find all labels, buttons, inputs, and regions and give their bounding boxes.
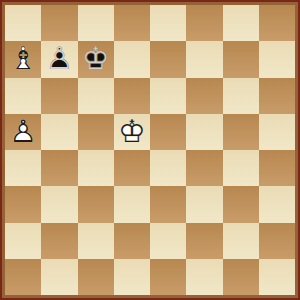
square-b4[interactable]: [41, 150, 77, 186]
chess-board: ♝♗♟♙♚♔♟♙♚♔: [0, 0, 300, 300]
square-a6[interactable]: [5, 78, 41, 114]
black-king[interactable]: ♚♔: [78, 41, 114, 77]
square-h4[interactable]: [259, 150, 295, 186]
square-g1[interactable]: [223, 259, 259, 295]
square-b1[interactable]: [41, 259, 77, 295]
board-frame: ♝♗♟♙♚♔♟♙♚♔: [2, 2, 298, 298]
square-f5[interactable]: [186, 114, 222, 150]
square-b3[interactable]: [41, 186, 77, 222]
square-b8[interactable]: [41, 5, 77, 41]
square-d7[interactable]: [114, 41, 150, 77]
square-b7[interactable]: ♟♙: [41, 41, 77, 77]
white-bishop[interactable]: ♝♗: [5, 41, 41, 77]
square-a1[interactable]: [5, 259, 41, 295]
square-a4[interactable]: [5, 150, 41, 186]
square-c4[interactable]: [78, 150, 114, 186]
piece-glyph-outline: ♙: [5, 114, 41, 150]
square-g6[interactable]: [223, 78, 259, 114]
square-f4[interactable]: [186, 150, 222, 186]
square-e8[interactable]: [150, 5, 186, 41]
square-f6[interactable]: [186, 78, 222, 114]
square-g4[interactable]: [223, 150, 259, 186]
square-e1[interactable]: [150, 259, 186, 295]
square-h7[interactable]: [259, 41, 295, 77]
square-d1[interactable]: [114, 259, 150, 295]
square-e6[interactable]: [150, 78, 186, 114]
square-d3[interactable]: [114, 186, 150, 222]
square-f7[interactable]: [186, 41, 222, 77]
square-d5[interactable]: ♚♔: [114, 114, 150, 150]
board-grid: ♝♗♟♙♚♔♟♙♚♔: [5, 5, 295, 295]
square-f3[interactable]: [186, 186, 222, 222]
piece-glyph-outline: ♙: [41, 41, 77, 77]
square-c3[interactable]: [78, 186, 114, 222]
black-pawn[interactable]: ♟♙: [41, 41, 77, 77]
square-d4[interactable]: [114, 150, 150, 186]
piece-glyph-outline: ♗: [5, 41, 41, 77]
square-h2[interactable]: [259, 223, 295, 259]
square-a5[interactable]: ♟♙: [5, 114, 41, 150]
white-pawn[interactable]: ♟♙: [5, 114, 41, 150]
square-d6[interactable]: [114, 78, 150, 114]
square-f2[interactable]: [186, 223, 222, 259]
square-d2[interactable]: [114, 223, 150, 259]
square-g8[interactable]: [223, 5, 259, 41]
square-c7[interactable]: ♚♔: [78, 41, 114, 77]
square-e7[interactable]: [150, 41, 186, 77]
piece-glyph-outline: ♔: [78, 41, 114, 77]
square-h1[interactable]: [259, 259, 295, 295]
square-a2[interactable]: [5, 223, 41, 259]
square-b2[interactable]: [41, 223, 77, 259]
square-c8[interactable]: [78, 5, 114, 41]
square-a7[interactable]: ♝♗: [5, 41, 41, 77]
square-g2[interactable]: [223, 223, 259, 259]
square-h6[interactable]: [259, 78, 295, 114]
square-c2[interactable]: [78, 223, 114, 259]
square-h5[interactable]: [259, 114, 295, 150]
square-e4[interactable]: [150, 150, 186, 186]
square-d8[interactable]: [114, 5, 150, 41]
square-a8[interactable]: [5, 5, 41, 41]
white-king[interactable]: ♚♔: [114, 114, 150, 150]
square-f1[interactable]: [186, 259, 222, 295]
square-e3[interactable]: [150, 186, 186, 222]
square-f8[interactable]: [186, 5, 222, 41]
piece-glyph-outline: ♔: [114, 114, 150, 150]
square-g3[interactable]: [223, 186, 259, 222]
square-e2[interactable]: [150, 223, 186, 259]
square-h3[interactable]: [259, 186, 295, 222]
square-g5[interactable]: [223, 114, 259, 150]
square-a3[interactable]: [5, 186, 41, 222]
square-c5[interactable]: [78, 114, 114, 150]
square-g7[interactable]: [223, 41, 259, 77]
square-e5[interactable]: [150, 114, 186, 150]
square-h8[interactable]: [259, 5, 295, 41]
square-b6[interactable]: [41, 78, 77, 114]
square-b5[interactable]: [41, 114, 77, 150]
square-c1[interactable]: [78, 259, 114, 295]
square-c6[interactable]: [78, 78, 114, 114]
